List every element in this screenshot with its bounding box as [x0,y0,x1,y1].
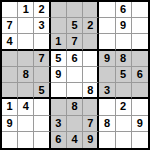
cell-r3c8[interactable] [116,34,132,50]
cell-r8c5[interactable] [67,116,83,132]
cell-r5c9[interactable]: 6 [132,67,148,83]
cell-r6c2[interactable] [18,83,34,99]
sudoku-board: 12673529417756988956583148293789649 [0,0,150,150]
cell-r4c3[interactable]: 7 [34,51,50,67]
cell-r5c4[interactable]: 9 [51,67,67,83]
cell-r7c5[interactable]: 8 [67,99,83,115]
cell-r2c4[interactable] [51,18,67,34]
cell-r4c8[interactable]: 8 [116,51,132,67]
cell-r9c6[interactable]: 9 [83,132,99,148]
cell-r2c1[interactable]: 7 [2,18,18,34]
cell-r7c7[interactable] [99,99,115,115]
cell-r6c4[interactable] [51,83,67,99]
cell-r9c9[interactable] [132,132,148,148]
cell-r5c2[interactable]: 8 [18,67,34,83]
cell-r6c8[interactable] [116,83,132,99]
cell-r9c7[interactable] [99,132,115,148]
cell-r7c6[interactable] [83,99,99,115]
cell-r3c6[interactable] [83,34,99,50]
cell-r1c3[interactable]: 2 [34,2,50,18]
cell-r3c4[interactable]: 1 [51,34,67,50]
cell-r2c3[interactable]: 3 [34,18,50,34]
cell-r1c9[interactable] [132,2,148,18]
cell-r2c2[interactable] [18,18,34,34]
cell-r3c5[interactable]: 7 [67,34,83,50]
cell-r3c3[interactable] [34,34,50,50]
cell-r6c7[interactable]: 3 [99,83,115,99]
cell-r8c7[interactable]: 8 [99,116,115,132]
cell-r5c7[interactable] [99,67,115,83]
cell-r1c1[interactable] [2,2,18,18]
cell-r4c4[interactable]: 5 [51,51,67,67]
cell-r1c2[interactable]: 1 [18,2,34,18]
cell-r4c2[interactable] [18,51,34,67]
cell-r9c3[interactable] [34,132,50,148]
cell-r4c1[interactable] [2,51,18,67]
cell-r2c8[interactable]: 9 [116,18,132,34]
cell-r2c7[interactable] [99,18,115,34]
cell-r7c9[interactable] [132,99,148,115]
cell-r9c5[interactable]: 4 [67,132,83,148]
cell-r4c5[interactable]: 6 [67,51,83,67]
cell-r6c5[interactable] [67,83,83,99]
cell-r9c2[interactable] [18,132,34,148]
cell-r3c9[interactable] [132,34,148,50]
cell-r6c1[interactable] [2,83,18,99]
cell-r7c2[interactable]: 4 [18,99,34,115]
cell-r6c3[interactable]: 5 [34,83,50,99]
cell-r8c2[interactable] [18,116,34,132]
cell-r3c2[interactable] [18,34,34,50]
cell-r8c6[interactable]: 7 [83,116,99,132]
cell-r7c8[interactable]: 2 [116,99,132,115]
cell-r7c3[interactable] [34,99,50,115]
cell-r2c5[interactable]: 5 [67,18,83,34]
cell-r8c1[interactable]: 9 [2,116,18,132]
cell-r7c4[interactable] [51,99,67,115]
cell-r1c8[interactable]: 6 [116,2,132,18]
cell-r1c5[interactable] [67,2,83,18]
cell-r6c9[interactable] [132,83,148,99]
cell-r5c1[interactable] [2,67,18,83]
cell-r1c6[interactable] [83,2,99,18]
cell-r3c1[interactable]: 4 [2,34,18,50]
cell-r1c7[interactable] [99,2,115,18]
cell-r1c4[interactable] [51,2,67,18]
cell-r9c1[interactable] [2,132,18,148]
cell-r6c6[interactable]: 8 [83,83,99,99]
cell-r5c5[interactable] [67,67,83,83]
cell-r3c7[interactable] [99,34,115,50]
cell-r2c9[interactable] [132,18,148,34]
cell-r7c1[interactable]: 1 [2,99,18,115]
cell-r5c3[interactable] [34,67,50,83]
cell-r9c4[interactable]: 6 [51,132,67,148]
cell-r2c6[interactable]: 2 [83,18,99,34]
cell-r8c4[interactable]: 3 [51,116,67,132]
cell-r5c6[interactable] [83,67,99,83]
cell-r4c6[interactable] [83,51,99,67]
cell-r8c8[interactable] [116,116,132,132]
cell-r5c8[interactable]: 5 [116,67,132,83]
cell-r9c8[interactable] [116,132,132,148]
cell-r8c9[interactable]: 9 [132,116,148,132]
cell-r4c9[interactable] [132,51,148,67]
cell-r4c7[interactable]: 9 [99,51,115,67]
cell-r8c3[interactable] [34,116,50,132]
